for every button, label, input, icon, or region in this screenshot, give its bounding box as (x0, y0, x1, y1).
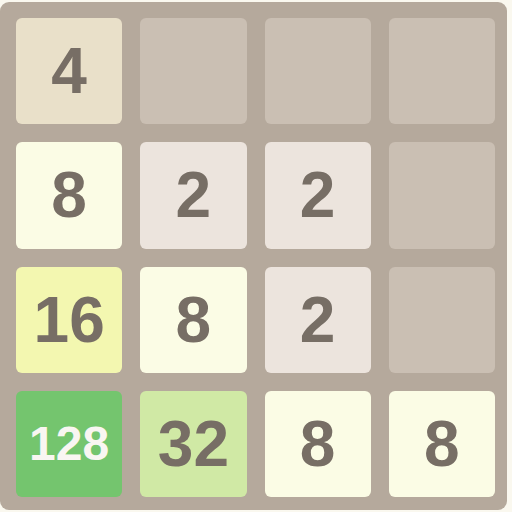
2048-board[interactable]: 482216821283288 (0, 2, 507, 510)
empty-cell-r1c2 (140, 18, 246, 124)
tile-4-r1c1: 4 (16, 18, 122, 124)
empty-cell-r1c3 (265, 18, 371, 124)
empty-cell-r2c4 (389, 142, 495, 248)
empty-cell-r1c4 (389, 18, 495, 124)
tile-16-r3c1: 16 (16, 267, 122, 373)
tile-8-r4c4: 8 (389, 391, 495, 497)
tile-8-r2c1: 8 (16, 142, 122, 248)
tile-128-r4c1: 128 (16, 391, 122, 497)
tile-2-r3c3: 2 (265, 267, 371, 373)
tile-8-r3c2: 8 (140, 267, 246, 373)
tile-2-r2c2: 2 (140, 142, 246, 248)
tile-2-r2c3: 2 (265, 142, 371, 248)
tile-32-r4c2: 32 (140, 391, 246, 497)
tile-8-r4c3: 8 (265, 391, 371, 497)
empty-cell-r3c4 (389, 267, 495, 373)
game-page: 482216821283288 (0, 0, 512, 512)
